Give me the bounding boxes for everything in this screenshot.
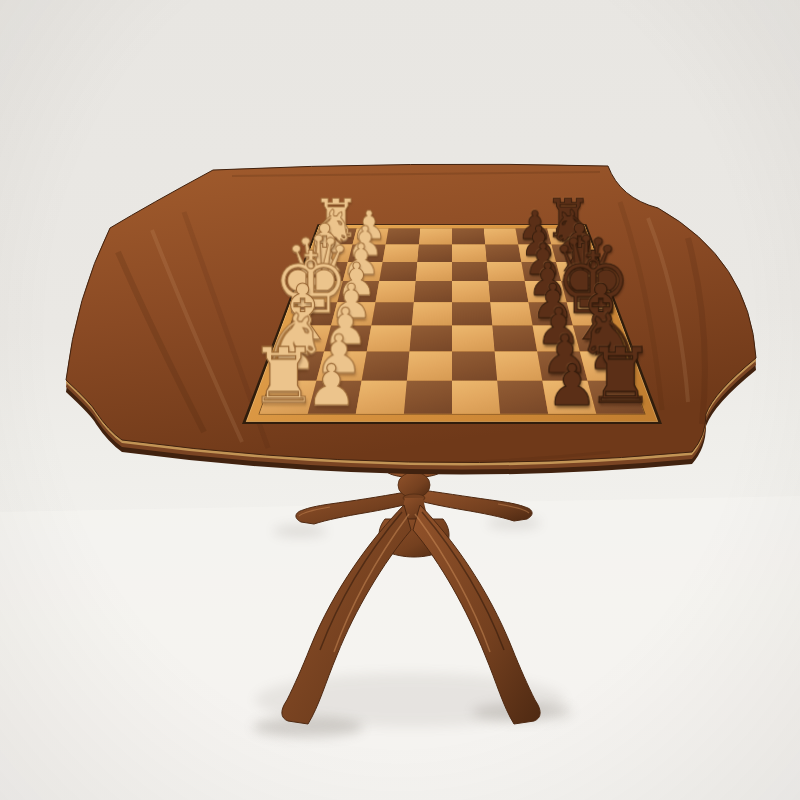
square-g5[interactable] bbox=[452, 352, 497, 381]
chessboard-grid: ♜♟♟♜♞♟♟♞♝♟♟♝♛♟♟♛♚♟♟♚♝♟♟♝♞♟♟♞♜♟♟♜ bbox=[260, 229, 645, 414]
square-h5[interactable] bbox=[452, 381, 500, 414]
square-f4[interactable] bbox=[409, 326, 452, 352]
square-d5[interactable] bbox=[452, 281, 490, 302]
square-c5[interactable] bbox=[452, 262, 488, 281]
square-b5[interactable] bbox=[452, 244, 487, 261]
square-h8[interactable]: ♜ bbox=[588, 381, 645, 414]
chessboard: ♜♟♟♜♞♟♟♞♝♟♟♝♛♟♟♛♚♟♟♚♝♟♟♝♞♟♟♞♜♟♟♜ bbox=[242, 224, 662, 424]
square-a5[interactable] bbox=[452, 229, 485, 245]
square-f5[interactable] bbox=[452, 326, 495, 352]
square-b4[interactable] bbox=[417, 244, 452, 261]
board-perspective-wrapper: ♜♟♟♜♞♟♟♞♝♟♟♝♛♟♟♛♚♟♟♚♝♟♟♝♞♟♟♞♜♟♟♜ bbox=[242, 4, 662, 424]
piece-black-rook-h8[interactable]: ♜ bbox=[571, 337, 670, 414]
square-a4[interactable] bbox=[419, 229, 452, 245]
square-h4[interactable] bbox=[404, 381, 452, 414]
square-g4[interactable] bbox=[407, 352, 452, 381]
square-h2[interactable]: ♟ bbox=[308, 381, 362, 414]
square-e4[interactable] bbox=[412, 302, 452, 325]
square-e5[interactable] bbox=[452, 302, 492, 325]
scene: ♜♟♟♜♞♟♟♞♝♟♟♝♛♟♟♛♚♟♟♚♝♟♟♝♞♟♟♞♜♟♟♜ bbox=[0, 0, 800, 800]
floor-shadow bbox=[273, 525, 327, 537]
square-c4[interactable] bbox=[416, 262, 452, 281]
piece-white-pawn-h2[interactable]: ♟ bbox=[282, 357, 381, 414]
square-d4[interactable] bbox=[414, 281, 452, 302]
